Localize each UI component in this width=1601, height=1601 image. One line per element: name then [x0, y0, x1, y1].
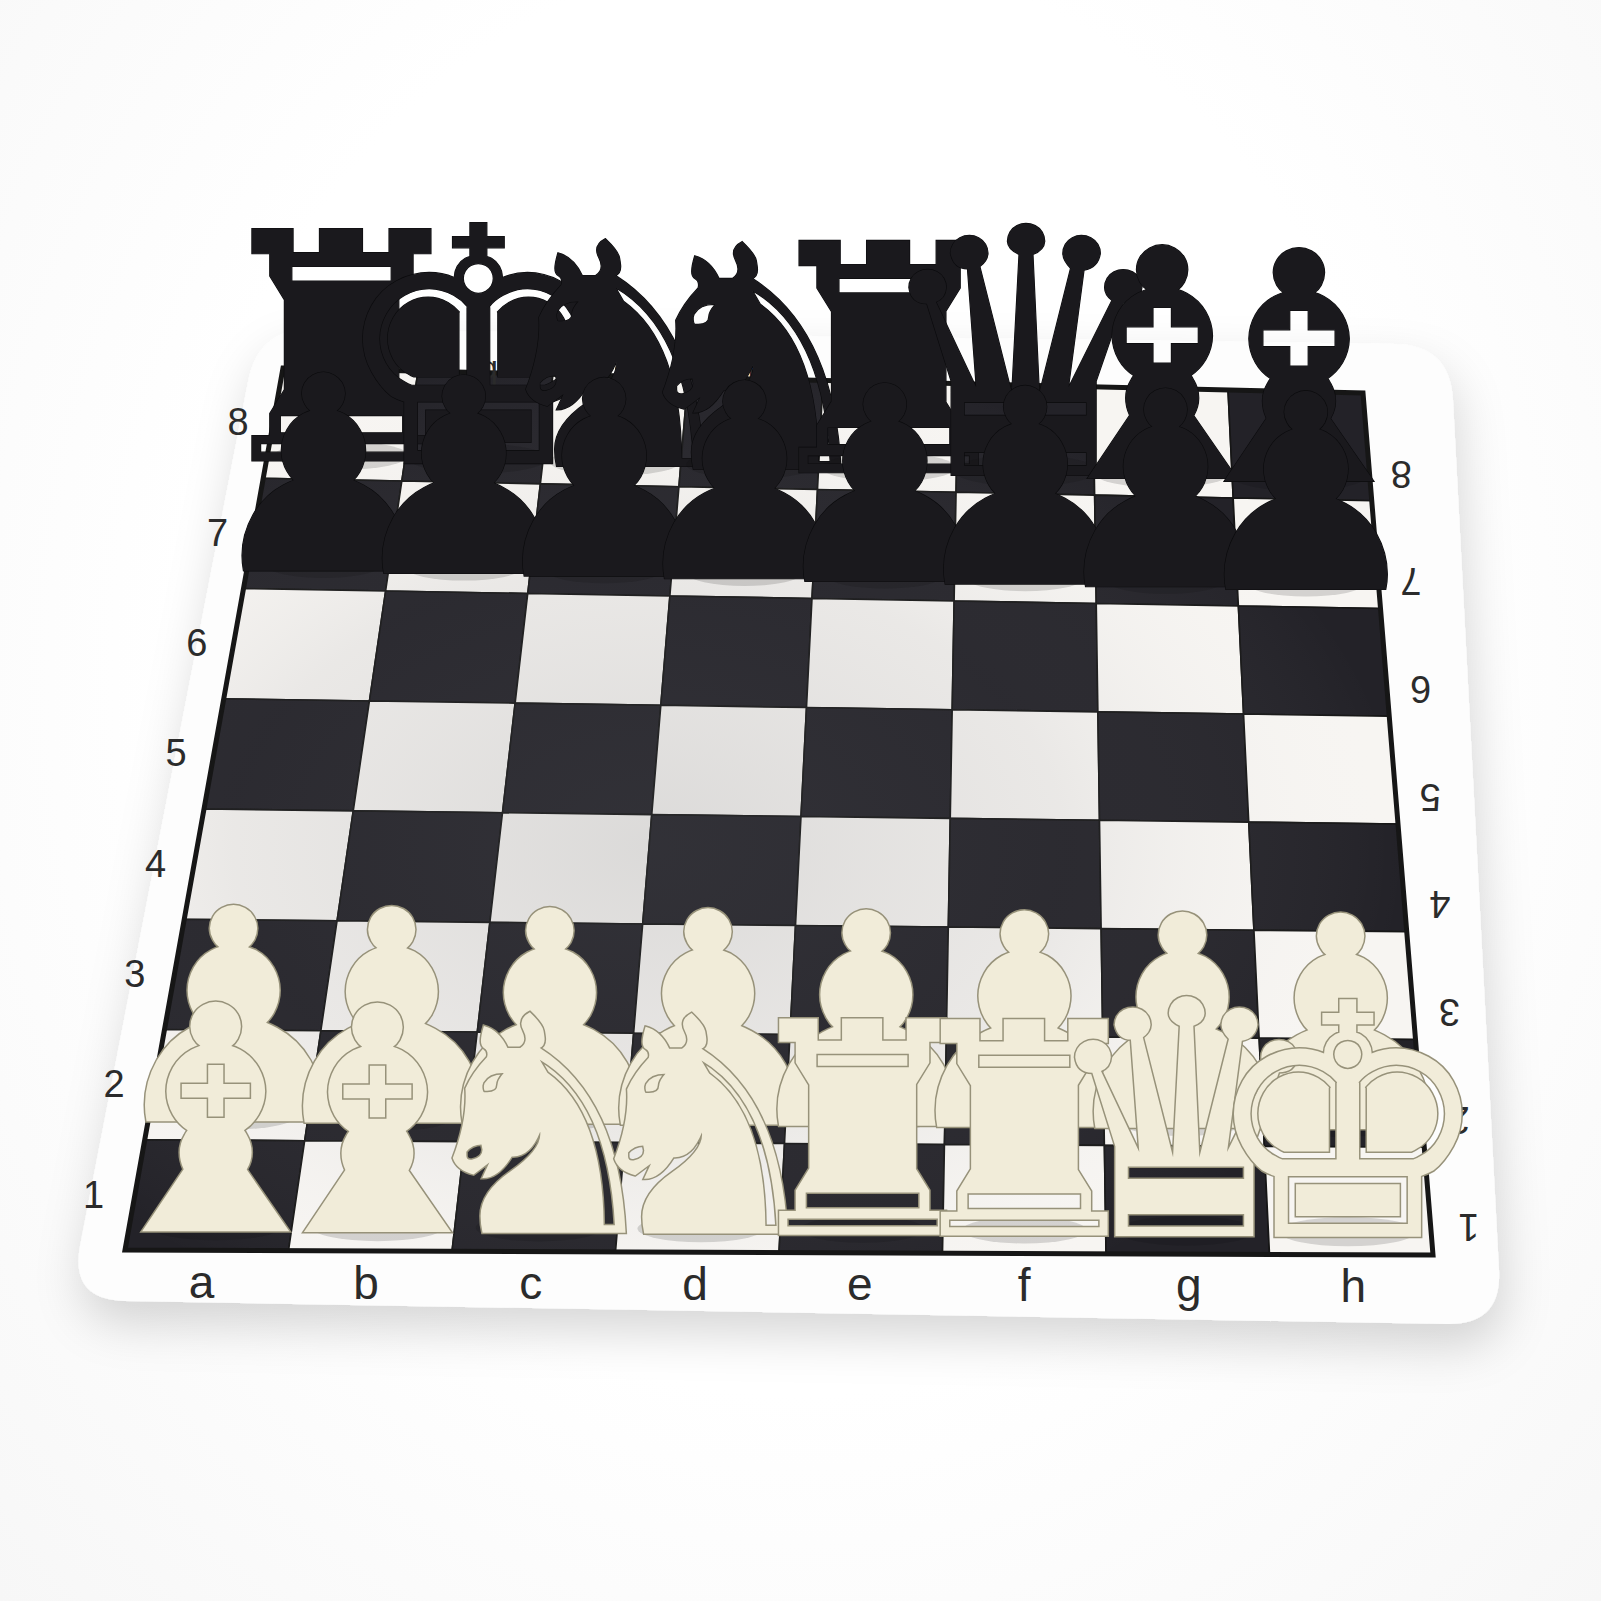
chessboard: 88aa77bb66cc55dd44ee33ff22gg11hh♜♚♞♞♜♛♝♝… [0, 0, 1601, 1601]
rank-label-left-5: 5 [166, 732, 187, 774]
white-king[interactable]: ♚ [1202, 935, 1493, 1314]
black-pawn[interactable]: ♟ [1184, 337, 1428, 653]
chess-set-photo: 88aa77bb66cc55dd44ee33ff22gg11hh♜♚♞♞♜♛♝♝… [0, 0, 1601, 1601]
rank-label-right-6: 6 [1410, 668, 1431, 710]
rank-label-right-5: 5 [1420, 776, 1441, 818]
